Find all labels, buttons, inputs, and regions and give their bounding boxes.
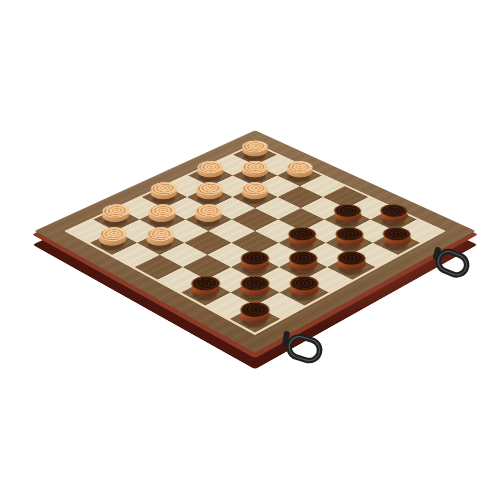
right-edge-clasp — [428, 245, 476, 287]
dark-piece-r4c6[interactable] — [283, 233, 322, 252]
light-piece-r7c3[interactable] — [141, 233, 180, 252]
dark-piece-r5c7[interactable] — [283, 257, 322, 277]
checkers-board — [34, 130, 475, 353]
front-edge-clasp — [276, 328, 328, 372]
dark-piece-r7c7[interactable] — [235, 282, 275, 303]
clasp-loop — [286, 334, 322, 363]
dark-piece-r6c6[interactable] — [235, 257, 274, 277]
product-photo-scene — [0, 0, 500, 500]
